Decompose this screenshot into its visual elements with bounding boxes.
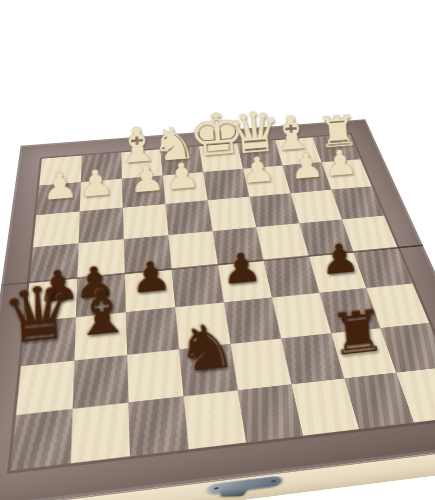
piece-black-pawn-e4[interactable]: ♟ (220, 248, 263, 290)
screw-icon (271, 480, 276, 483)
square-b6[interactable] (78, 208, 123, 244)
square-e6[interactable] (207, 197, 256, 231)
piece-white-pawn-g7[interactable]: ♟ (288, 148, 325, 183)
square-d4[interactable] (171, 265, 223, 307)
square-a3[interactable]: ♛ (20, 317, 75, 366)
square-c6[interactable] (122, 204, 168, 239)
piece-black-knight-d2[interactable]: ♞ (174, 317, 239, 381)
square-e4[interactable]: ♟ (218, 261, 272, 303)
board-frame: ♝♞♚♛♝♜♟♟♟♟♟♟♟♟♟♟♟♟♛♝♞♜ (0, 119, 435, 500)
square-b1[interactable] (70, 403, 129, 464)
square-h7[interactable]: ♟ (321, 159, 371, 189)
square-g4[interactable]: ♟ (308, 252, 365, 293)
piece-white-pawn-h7[interactable]: ♟ (321, 146, 358, 181)
square-b7[interactable]: ♟ (79, 179, 122, 212)
folding-chess-box: ♝♞♚♛♝♜♟♟♟♟♟♟♟♟♟♟♟♟♛♝♞♜ (0, 119, 435, 500)
piece-black-pawn-c4[interactable]: ♟ (129, 256, 173, 299)
scene: ♝♞♚♛♝♜♟♟♟♟♟♟♟♟♟♟♟♟♛♝♞♜ (0, 0, 435, 500)
square-e2[interactable] (230, 339, 291, 391)
square-d1[interactable] (183, 390, 246, 449)
square-c1[interactable] (128, 396, 188, 456)
square-a6[interactable] (32, 211, 79, 247)
chess-set-photo: ♝♞♚♛♝♜♟♟♟♟♟♟♟♟♟♟♟♟♛♝♞♜ (0, 0, 435, 500)
square-a2[interactable] (15, 360, 73, 415)
piece-white-pawn-d7[interactable]: ♟ (163, 158, 201, 194)
square-b2[interactable] (72, 355, 128, 409)
square-d2[interactable]: ♞ (179, 344, 238, 396)
piece-black-pawn-g4[interactable]: ♟ (318, 239, 361, 281)
piece-white-pawn-f7[interactable]: ♟ (239, 152, 276, 188)
piece-black-queen-a3[interactable]: ♛ (0, 276, 77, 353)
piece-white-pawn-a7[interactable]: ♟ (40, 168, 78, 205)
square-a1[interactable] (10, 409, 72, 471)
square-d6[interactable] (165, 200, 212, 235)
piece-black-bishop-b3[interactable]: ♝ (69, 282, 134, 346)
piece-black-rook-g2[interactable]: ♜ (327, 304, 388, 364)
chess-board: ♝♞♚♛♝♜♟♟♟♟♟♟♟♟♟♟♟♟♛♝♞♜ (10, 134, 435, 470)
piece-white-pawn-c7[interactable]: ♟ (128, 161, 166, 197)
piece-white-pawn-b7[interactable]: ♟ (76, 165, 114, 202)
square-b3[interactable]: ♝ (74, 312, 127, 360)
square-a7[interactable]: ♟ (36, 182, 81, 215)
square-d7[interactable]: ♟ (162, 172, 207, 204)
square-c7[interactable]: ♟ (122, 175, 165, 207)
square-f4[interactable] (263, 256, 319, 297)
square-c2[interactable] (127, 349, 183, 402)
square-h6[interactable] (331, 186, 384, 219)
screw-icon (214, 487, 219, 490)
clasp-hook-icon (220, 487, 249, 496)
